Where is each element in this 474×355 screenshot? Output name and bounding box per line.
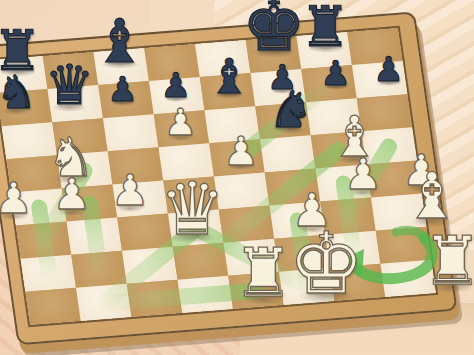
square-c2[interactable]	[122, 247, 177, 284]
piece-white-rook-e1[interactable]: ♜	[233, 240, 293, 307]
piece-black-knight-a7[interactable]: ♞	[0, 70, 37, 116]
piece-white-pawn-d6[interactable]: ♟	[164, 104, 197, 141]
chess-illustration-scene: ♜♝♚♜♞♛♟♟♝♟♟♟♞♞♟♟♝♟♟♟♟♟♛♟♝♜♚♜	[0, 0, 474, 355]
square-b1[interactable]	[76, 284, 131, 321]
piece-black-pawn-g7[interactable]: ♟	[320, 56, 350, 90]
piece-white-bishop-h3[interactable]: ♝	[403, 164, 460, 228]
piece-black-pawn-d7[interactable]: ♟	[160, 68, 190, 102]
piece-white-pawn-g4[interactable]: ♟	[344, 153, 383, 196]
piece-black-queen-b7[interactable]: ♛	[45, 58, 94, 113]
square-b2[interactable]	[71, 251, 126, 288]
piece-white-pawn-e5[interactable]: ♟	[223, 131, 259, 171]
square-a3[interactable]	[16, 222, 71, 259]
piece-black-pawn-c7[interactable]: ♟	[107, 72, 137, 106]
piece-black-knight-f6[interactable]: ♞	[268, 84, 314, 135]
square-f5[interactable]	[260, 135, 315, 172]
piece-white-pawn-a4[interactable]: ♟	[0, 177, 33, 220]
piece-white-rook-h1[interactable]: ♜	[422, 228, 474, 295]
piece-black-rook-g8[interactable]: ♜	[300, 0, 350, 54]
piece-white-queen-d3[interactable]: ♛	[159, 173, 224, 246]
piece-black-bishop-e7[interactable]: ♝	[207, 52, 250, 100]
square-a1[interactable]	[25, 288, 80, 325]
piece-white-pawn-c4[interactable]: ♟	[111, 169, 150, 212]
square-b3[interactable]	[66, 218, 121, 255]
piece-black-bishop-c8[interactable]: ♝	[93, 11, 147, 71]
square-d1[interactable]	[177, 276, 232, 313]
square-c1[interactable]	[127, 280, 182, 317]
square-c6[interactable]	[103, 114, 158, 151]
piece-black-pawn-h7[interactable]: ♟	[373, 52, 403, 86]
square-a2[interactable]	[20, 255, 75, 292]
piece-black-king-f8[interactable]: ♚	[242, 0, 306, 61]
piece-white-pawn-b4[interactable]: ♟	[52, 173, 91, 216]
piece-white-king-f1[interactable]: ♚	[288, 221, 364, 306]
